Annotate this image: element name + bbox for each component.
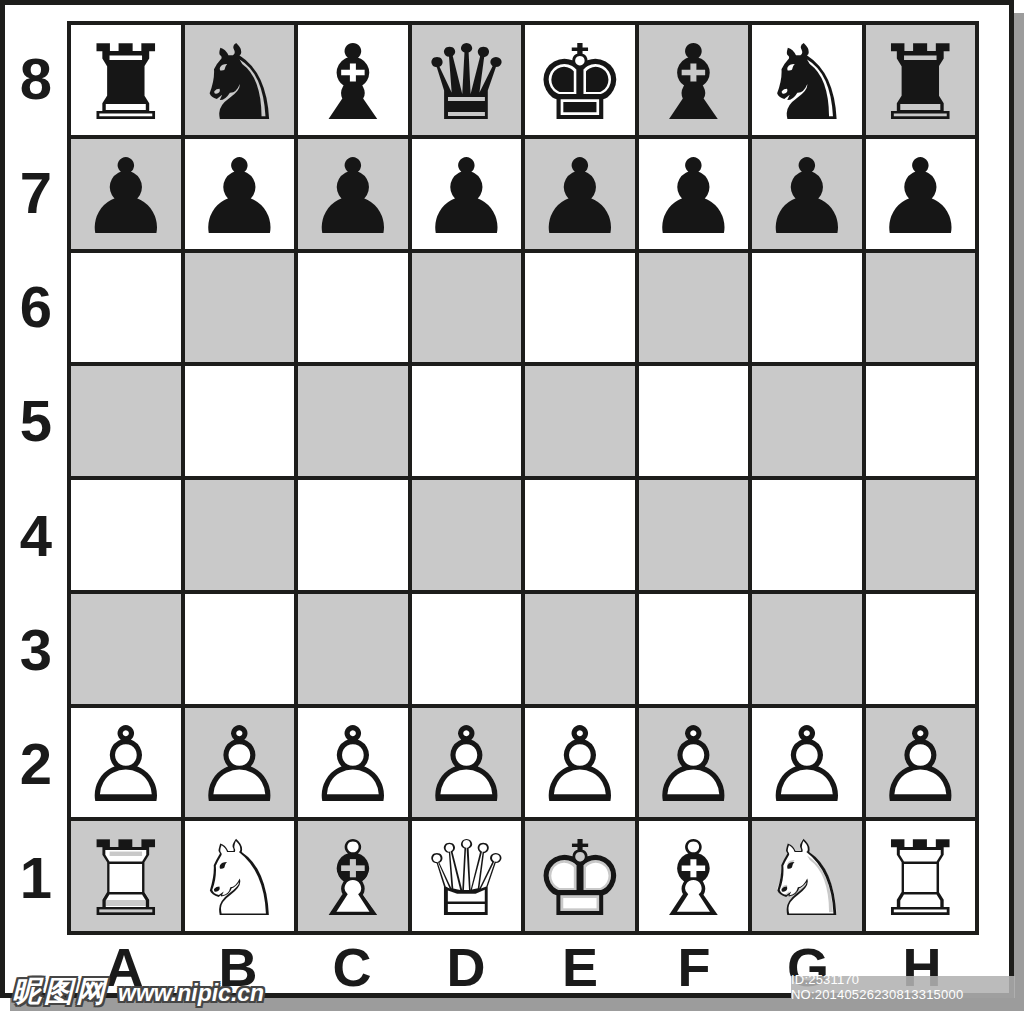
square-f2[interactable]: ♟︎♙ [639, 708, 749, 818]
rank-label-6: 6 [5, 250, 67, 364]
piece-white-rook[interactable]: ♜♖ [71, 821, 181, 931]
square-f7[interactable]: ♟︎ [639, 139, 749, 249]
chess-board: ♜♞♝♛♚♝♞♜♟︎♟︎♟︎♟︎♟︎♟︎♟︎♟︎♟︎♙♟︎♙♟︎♙♟︎♙♟︎♙♟… [67, 21, 979, 935]
black-piece-glyph: ♞ [760, 31, 853, 135]
square-e2[interactable]: ♟︎♙ [525, 708, 635, 818]
square-d7[interactable]: ♟︎ [412, 139, 522, 249]
white-piece-outline: ♘ [760, 827, 853, 931]
piece-black-pawn[interactable]: ♟︎ [525, 139, 635, 249]
square-d5[interactable] [412, 366, 522, 476]
file-label-C: C [295, 939, 409, 995]
square-a4[interactable] [71, 480, 181, 590]
white-piece-outline: ♙ [760, 713, 853, 817]
piece-black-bishop[interactable]: ♝ [639, 25, 749, 135]
square-b2[interactable]: ♟︎♙ [185, 708, 295, 818]
white-piece-outline: ♕ [420, 827, 513, 931]
piece-black-rook[interactable]: ♜ [71, 25, 181, 135]
black-piece-glyph: ♟︎ [306, 145, 399, 249]
square-b1[interactable]: ♞♘ [185, 821, 295, 931]
square-e1[interactable]: ♚♔ [525, 821, 635, 931]
square-d2[interactable]: ♟︎♙ [412, 708, 522, 818]
white-piece-outline: ♙ [874, 713, 967, 817]
square-g5[interactable] [752, 366, 862, 476]
piece-white-pawn[interactable]: ♟︎♙ [866, 708, 976, 818]
outer-frame: 87654321 ♜♞♝♛♚♝♞♜♟︎♟︎♟︎♟︎♟︎♟︎♟︎♟︎♟︎♙♟︎♙♟… [0, 0, 1014, 998]
square-g3[interactable] [752, 594, 862, 704]
piece-white-pawn[interactable]: ♟︎♙ [71, 708, 181, 818]
black-piece-glyph: ♟︎ [874, 145, 967, 249]
square-b4[interactable] [185, 480, 295, 590]
piece-white-pawn[interactable]: ♟︎♙ [298, 708, 408, 818]
square-f5[interactable] [639, 366, 749, 476]
rank-label-3: 3 [5, 592, 67, 706]
file-label-D: D [409, 939, 523, 995]
piece-black-pawn[interactable]: ♟︎ [412, 139, 522, 249]
piece-white-rook[interactable]: ♜♖ [866, 821, 976, 931]
square-a8[interactable]: ♜ [71, 25, 181, 135]
watermark: 昵图网 www.nipic.cn [12, 972, 264, 1011]
piece-black-bishop[interactable]: ♝ [298, 25, 408, 135]
square-a3[interactable] [71, 594, 181, 704]
square-f1[interactable]: ♝♗ [639, 821, 749, 931]
image-id-bar: ID:2531170 NO:20140526230813315000 [791, 976, 1015, 998]
black-piece-glyph: ♟︎ [533, 145, 626, 249]
white-piece-outline: ♙ [533, 713, 626, 817]
square-c4[interactable] [298, 480, 408, 590]
square-e3[interactable] [525, 594, 635, 704]
black-piece-glyph: ♜ [79, 31, 172, 135]
black-piece-glyph: ♞ [193, 31, 286, 135]
square-h8[interactable]: ♜ [866, 25, 976, 135]
square-h7[interactable]: ♟︎ [866, 139, 976, 249]
rank-label-5: 5 [5, 364, 67, 478]
square-c6[interactable] [298, 253, 408, 363]
piece-white-pawn[interactable]: ♟︎♙ [412, 708, 522, 818]
square-g7[interactable]: ♟︎ [752, 139, 862, 249]
black-piece-glyph: ♟︎ [79, 145, 172, 249]
square-g8[interactable]: ♞ [752, 25, 862, 135]
square-h4[interactable] [866, 480, 976, 590]
white-piece-outline: ♙ [79, 713, 172, 817]
square-g4[interactable] [752, 480, 862, 590]
piece-white-bishop[interactable]: ♝♗ [298, 821, 408, 931]
piece-black-knight[interactable]: ♞ [752, 25, 862, 135]
square-b8[interactable]: ♞ [185, 25, 295, 135]
white-piece-outline: ♗ [647, 827, 740, 931]
square-c1[interactable]: ♝♗ [298, 821, 408, 931]
piece-white-pawn[interactable]: ♟︎♙ [185, 708, 295, 818]
white-piece-outline: ♘ [193, 827, 286, 931]
piece-black-pawn[interactable]: ♟︎ [866, 139, 976, 249]
piece-black-pawn[interactable]: ♟︎ [71, 139, 181, 249]
white-piece-outline: ♗ [306, 827, 399, 931]
black-piece-glyph: ♟︎ [647, 145, 740, 249]
black-piece-glyph: ♝ [647, 31, 740, 135]
piece-white-pawn[interactable]: ♟︎♙ [639, 708, 749, 818]
square-b3[interactable] [185, 594, 295, 704]
piece-white-knight[interactable]: ♞♘ [185, 821, 295, 931]
black-piece-glyph: ♟︎ [420, 145, 513, 249]
square-f3[interactable] [639, 594, 749, 704]
square-d6[interactable] [412, 253, 522, 363]
rank-label-8: 8 [5, 21, 67, 135]
piece-white-bishop[interactable]: ♝♗ [639, 821, 749, 931]
square-d3[interactable] [412, 594, 522, 704]
black-piece-glyph: ♟︎ [760, 145, 853, 249]
black-piece-glyph: ♛ [420, 31, 513, 135]
square-a2[interactable]: ♟︎♙ [71, 708, 181, 818]
file-label-F: F [637, 939, 751, 995]
piece-white-king[interactable]: ♚♔ [525, 821, 635, 931]
watermark-site-url: www.nipic.cn [118, 980, 264, 1007]
white-piece-outline: ♙ [193, 713, 286, 817]
black-piece-glyph: ♟︎ [193, 145, 286, 249]
piece-black-pawn[interactable]: ♟︎ [639, 139, 749, 249]
piece-black-pawn[interactable]: ♟︎ [185, 139, 295, 249]
square-e8[interactable]: ♚ [525, 25, 635, 135]
square-d1[interactable]: ♛♕ [412, 821, 522, 931]
piece-black-king[interactable]: ♚ [525, 25, 635, 135]
image-id-text: ID:2531170 NO:20140526230813315000 [791, 972, 1015, 1002]
rank-label-1: 1 [5, 821, 67, 935]
white-piece-outline: ♖ [874, 827, 967, 931]
watermark-site-name: 昵图网 [12, 972, 108, 1011]
piece-black-queen[interactable]: ♛ [412, 25, 522, 135]
rank-labels: 87654321 [5, 21, 67, 935]
black-piece-glyph: ♝ [306, 31, 399, 135]
square-c5[interactable] [298, 366, 408, 476]
square-h5[interactable] [866, 366, 976, 476]
white-piece-outline: ♖ [79, 827, 172, 931]
piece-white-pawn[interactable]: ♟︎♙ [525, 708, 635, 818]
square-c2[interactable]: ♟︎♙ [298, 708, 408, 818]
white-piece-outline: ♔ [533, 827, 626, 931]
square-f4[interactable] [639, 480, 749, 590]
piece-black-pawn[interactable]: ♟︎ [752, 139, 862, 249]
rank-label-4: 4 [5, 478, 67, 592]
piece-black-knight[interactable]: ♞ [185, 25, 295, 135]
square-c3[interactable] [298, 594, 408, 704]
piece-white-queen[interactable]: ♛♕ [412, 821, 522, 931]
square-h6[interactable] [866, 253, 976, 363]
square-e5[interactable] [525, 366, 635, 476]
white-piece-outline: ♙ [647, 713, 740, 817]
square-f6[interactable] [639, 253, 749, 363]
white-piece-outline: ♙ [306, 713, 399, 817]
square-g6[interactable] [752, 253, 862, 363]
file-label-E: E [523, 939, 637, 995]
chess-diagram: 87654321 ♜♞♝♛♚♝♞♜♟︎♟︎♟︎♟︎♟︎♟︎♟︎♟︎♟︎♙♟︎♙♟… [0, 0, 1024, 1011]
square-d4[interactable] [412, 480, 522, 590]
square-h1[interactable]: ♜♖ [866, 821, 976, 931]
square-f8[interactable]: ♝ [639, 25, 749, 135]
square-e7[interactable]: ♟︎ [525, 139, 635, 249]
black-piece-glyph: ♜ [874, 31, 967, 135]
rank-label-2: 2 [5, 707, 67, 821]
square-d8[interactable]: ♛ [412, 25, 522, 135]
square-c8[interactable]: ♝ [298, 25, 408, 135]
square-e4[interactable] [525, 480, 635, 590]
square-a6[interactable] [71, 253, 181, 363]
white-piece-outline: ♙ [420, 713, 513, 817]
piece-black-pawn[interactable]: ♟︎ [298, 139, 408, 249]
square-b5[interactable] [185, 366, 295, 476]
square-h2[interactable]: ♟︎♙ [866, 708, 976, 818]
square-g2[interactable]: ♟︎♙ [752, 708, 862, 818]
square-b7[interactable]: ♟︎ [185, 139, 295, 249]
square-e6[interactable] [525, 253, 635, 363]
rank-label-7: 7 [5, 135, 67, 249]
square-a1[interactable]: ♜♖ [71, 821, 181, 931]
square-b6[interactable] [185, 253, 295, 363]
piece-white-knight[interactable]: ♞♘ [752, 821, 862, 931]
square-a5[interactable] [71, 366, 181, 476]
piece-white-pawn[interactable]: ♟︎♙ [752, 708, 862, 818]
square-a7[interactable]: ♟︎ [71, 139, 181, 249]
black-piece-glyph: ♚ [533, 31, 626, 135]
square-c7[interactable]: ♟︎ [298, 139, 408, 249]
piece-black-rook[interactable]: ♜ [866, 25, 976, 135]
square-h3[interactable] [866, 594, 976, 704]
square-g1[interactable]: ♞♘ [752, 821, 862, 931]
